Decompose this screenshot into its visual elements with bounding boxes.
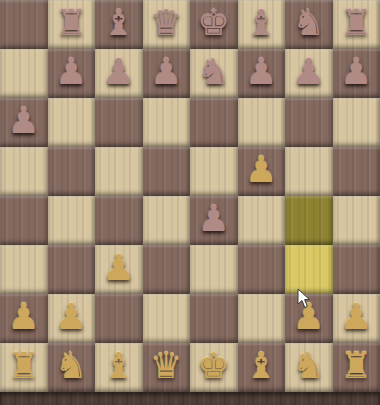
square-a3[interactable] <box>0 245 48 294</box>
piece-black-pawn[interactable]: ♟ <box>293 54 325 90</box>
square-b6[interactable] <box>48 98 96 147</box>
square-c1[interactable]: ♝ <box>95 343 143 392</box>
square-g2[interactable]: ♟ <box>285 294 333 343</box>
piece-white-pawn[interactable]: ♟ <box>8 299 40 335</box>
square-f7[interactable]: ♟ <box>238 49 286 98</box>
piece-white-knight[interactable]: ♞ <box>293 348 325 384</box>
piece-black-rook[interactable]: ♜ <box>340 5 372 41</box>
square-a7[interactable] <box>0 49 48 98</box>
piece-black-bishop[interactable]: ♝ <box>103 5 135 41</box>
piece-black-bishop[interactable]: ♝ <box>245 5 277 41</box>
square-f6[interactable] <box>238 98 286 147</box>
square-c4[interactable] <box>95 196 143 245</box>
piece-black-pawn[interactable]: ♟ <box>103 54 135 90</box>
piece-black-pawn[interactable]: ♟ <box>198 201 230 237</box>
square-g3[interactable] <box>285 245 333 294</box>
square-h5[interactable] <box>333 147 380 196</box>
square-e1[interactable]: ♚ <box>190 343 238 392</box>
square-e8[interactable]: ♚ <box>190 0 238 49</box>
square-h4[interactable] <box>333 196 380 245</box>
piece-white-queen[interactable]: ♛ <box>150 348 182 384</box>
square-g4[interactable] <box>285 196 333 245</box>
square-a8[interactable] <box>0 0 48 49</box>
board-frame-bottom <box>0 392 380 405</box>
square-h2[interactable]: ♟ <box>333 294 380 343</box>
square-b3[interactable] <box>48 245 96 294</box>
square-d4[interactable] <box>143 196 191 245</box>
piece-white-pawn[interactable]: ♟ <box>340 299 372 335</box>
square-a1[interactable]: ♜ <box>0 343 48 392</box>
square-e7[interactable]: ♞ <box>190 49 238 98</box>
square-d6[interactable] <box>143 98 191 147</box>
piece-black-pawn[interactable]: ♟ <box>55 54 87 90</box>
square-a6[interactable]: ♟ <box>0 98 48 147</box>
square-g5[interactable] <box>285 147 333 196</box>
square-f3[interactable] <box>238 245 286 294</box>
square-g7[interactable]: ♟ <box>285 49 333 98</box>
square-a2[interactable]: ♟ <box>0 294 48 343</box>
piece-white-bishop[interactable]: ♝ <box>103 348 135 384</box>
piece-white-king[interactable]: ♚ <box>198 348 230 384</box>
square-e2[interactable] <box>190 294 238 343</box>
square-c6[interactable] <box>95 98 143 147</box>
piece-black-pawn[interactable]: ♟ <box>150 54 182 90</box>
square-h6[interactable] <box>333 98 380 147</box>
square-c2[interactable] <box>95 294 143 343</box>
square-h1[interactable]: ♜ <box>333 343 380 392</box>
piece-black-knight[interactable]: ♞ <box>198 54 230 90</box>
square-d3[interactable] <box>143 245 191 294</box>
square-a5[interactable] <box>0 147 48 196</box>
square-c7[interactable]: ♟ <box>95 49 143 98</box>
square-f4[interactable] <box>238 196 286 245</box>
square-f1[interactable]: ♝ <box>238 343 286 392</box>
piece-black-king[interactable]: ♚ <box>198 5 230 41</box>
square-b2[interactable]: ♟ <box>48 294 96 343</box>
square-c8[interactable]: ♝ <box>95 0 143 49</box>
square-c3[interactable]: ♟ <box>95 245 143 294</box>
piece-white-rook[interactable]: ♜ <box>340 348 372 384</box>
piece-black-pawn[interactable]: ♟ <box>245 54 277 90</box>
square-b5[interactable] <box>48 147 96 196</box>
square-b7[interactable]: ♟ <box>48 49 96 98</box>
square-d1[interactable]: ♛ <box>143 343 191 392</box>
square-d2[interactable] <box>143 294 191 343</box>
square-b4[interactable] <box>48 196 96 245</box>
square-d8[interactable]: ♛ <box>143 0 191 49</box>
square-e5[interactable] <box>190 147 238 196</box>
square-g6[interactable] <box>285 98 333 147</box>
piece-black-pawn[interactable]: ♟ <box>8 103 40 139</box>
piece-black-queen[interactable]: ♛ <box>150 5 182 41</box>
piece-white-pawn[interactable]: ♟ <box>103 250 135 286</box>
square-f8[interactable]: ♝ <box>238 0 286 49</box>
piece-black-pawn[interactable]: ♟ <box>340 54 372 90</box>
square-e6[interactable] <box>190 98 238 147</box>
square-b1[interactable]: ♞ <box>48 343 96 392</box>
square-e4[interactable]: ♟ <box>190 196 238 245</box>
square-b8[interactable]: ♜ <box>48 0 96 49</box>
square-f5[interactable]: ♟ <box>238 147 286 196</box>
square-c5[interactable] <box>95 147 143 196</box>
piece-white-bishop[interactable]: ♝ <box>245 348 277 384</box>
piece-white-knight[interactable]: ♞ <box>55 348 87 384</box>
square-a4[interactable] <box>0 196 48 245</box>
piece-white-pawn[interactable]: ♟ <box>293 299 325 335</box>
square-e3[interactable] <box>190 245 238 294</box>
piece-white-pawn[interactable]: ♟ <box>55 299 87 335</box>
square-h8[interactable]: ♜ <box>333 0 380 49</box>
piece-white-pawn[interactable]: ♟ <box>245 152 277 188</box>
square-g1[interactable]: ♞ <box>285 343 333 392</box>
piece-white-rook[interactable]: ♜ <box>8 348 40 384</box>
square-h3[interactable] <box>333 245 380 294</box>
square-d7[interactable]: ♟ <box>143 49 191 98</box>
square-g8[interactable]: ♞ <box>285 0 333 49</box>
square-d5[interactable] <box>143 147 191 196</box>
square-h7[interactable]: ♟ <box>333 49 380 98</box>
piece-black-rook[interactable]: ♜ <box>55 5 87 41</box>
chess-board: ♜♝♛♚♝♞♜♟♟♟♞♟♟♟♟♟♟♟♟♟♟♟♜♞♝♛♚♝♞♜ <box>0 0 380 392</box>
chess-app-window: ♜♝♛♚♝♞♜♟♟♟♞♟♟♟♟♟♟♟♟♟♟♟♜♞♝♛♚♝♞♜ <box>0 0 380 405</box>
square-f2[interactable] <box>238 294 286 343</box>
piece-black-knight[interactable]: ♞ <box>293 5 325 41</box>
